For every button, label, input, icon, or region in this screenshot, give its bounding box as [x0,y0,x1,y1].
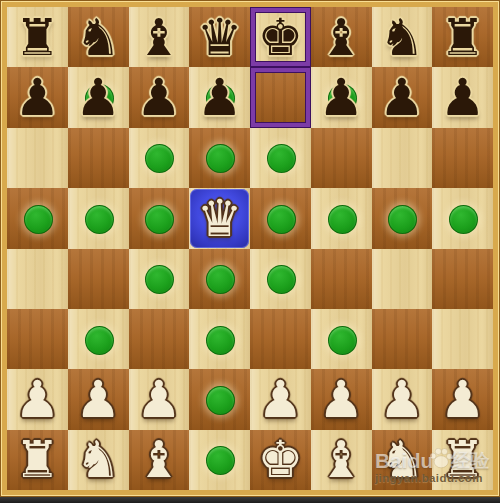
square-h3[interactable] [432,309,493,369]
black-knight[interactable]: ♞ [372,7,433,67]
white-king[interactable]: ♚ [250,430,311,490]
legal-move-dot [328,326,357,355]
square-e8[interactable]: ♚ [250,7,311,67]
black-knight[interactable]: ♞ [68,7,129,67]
chess-app-screen: ♜♞♝♛♚♝♞♜♟♟♟♟♟♟♟♛♟♟♟♟♟♟♟♜♞♝♚♝♞♜ Baidu 经验 … [0,0,500,503]
square-e1[interactable]: ♚ [250,430,311,490]
legal-move-dot [145,205,174,234]
square-f1[interactable]: ♝ [311,430,372,490]
square-c3[interactable] [129,309,190,369]
white-pawn[interactable]: ♟ [250,369,311,429]
black-queen[interactable]: ♛ [189,7,250,67]
square-g8[interactable]: ♞ [372,7,433,67]
square-g7[interactable]: ♟ [372,67,433,127]
square-f2[interactable]: ♟ [311,369,372,429]
square-d2[interactable] [189,369,250,429]
square-f5[interactable] [311,188,372,248]
black-pawn[interactable]: ♟ [432,67,493,127]
square-b1[interactable]: ♞ [68,430,129,490]
square-b4[interactable] [68,249,129,309]
square-h7[interactable]: ♟ [432,67,493,127]
black-pawn[interactable]: ♟ [7,67,68,127]
square-d8[interactable]: ♛ [189,7,250,67]
square-d7[interactable]: ♟ [189,67,250,127]
legal-move-dot [24,205,53,234]
legal-move-dot [267,205,296,234]
square-e2[interactable]: ♟ [250,369,311,429]
square-c7[interactable]: ♟ [129,67,190,127]
square-e3[interactable] [250,309,311,369]
square-a6[interactable] [7,128,68,188]
legal-move-dot [85,326,114,355]
square-b7[interactable]: ♟ [68,67,129,127]
square-a5[interactable] [7,188,68,248]
legal-move-dot [206,446,235,475]
square-c5[interactable] [129,188,190,248]
square-g2[interactable]: ♟ [372,369,433,429]
legal-move-dot [449,205,478,234]
black-bishop[interactable]: ♝ [311,7,372,67]
white-pawn[interactable]: ♟ [68,369,129,429]
square-b3[interactable] [68,309,129,369]
legal-move-dot [328,205,357,234]
legal-move-dot [145,265,174,294]
white-bishop[interactable]: ♝ [129,430,190,490]
square-b8[interactable]: ♞ [68,7,129,67]
square-g3[interactable] [372,309,433,369]
square-e7[interactable] [250,67,311,127]
legal-move-dot [85,205,114,234]
white-rook[interactable]: ♜ [7,430,68,490]
square-e5[interactable] [250,188,311,248]
white-bishop[interactable]: ♝ [311,430,372,490]
square-d1[interactable] [189,430,250,490]
black-bishop[interactable]: ♝ [129,7,190,67]
legal-move-dot [206,386,235,415]
square-g6[interactable] [372,128,433,188]
square-c6[interactable] [129,128,190,188]
white-knight[interactable]: ♞ [372,430,433,490]
square-f8[interactable]: ♝ [311,7,372,67]
square-h5[interactable] [432,188,493,248]
white-pawn[interactable]: ♟ [372,369,433,429]
square-a1[interactable]: ♜ [7,430,68,490]
square-h6[interactable] [432,128,493,188]
chess-board: ♜♞♝♛♚♝♞♜♟♟♟♟♟♟♟♛♟♟♟♟♟♟♟♜♞♝♚♝♞♜ [7,7,493,490]
square-g5[interactable] [372,188,433,248]
square-d6[interactable] [189,128,250,188]
square-b5[interactable] [68,188,129,248]
square-h8[interactable]: ♜ [432,7,493,67]
white-pawn[interactable]: ♟ [311,369,372,429]
legal-move-dot [145,144,174,173]
square-a3[interactable] [7,309,68,369]
legal-move-dot [206,144,235,173]
white-knight[interactable]: ♞ [68,430,129,490]
white-pawn[interactable]: ♟ [432,369,493,429]
square-g4[interactable] [372,249,433,309]
square-e6[interactable] [250,128,311,188]
square-f6[interactable] [311,128,372,188]
white-pawn[interactable]: ♟ [129,369,190,429]
square-d5[interactable]: ♛ [189,188,250,248]
square-a2[interactable]: ♟ [7,369,68,429]
black-pawn[interactable]: ♟ [189,67,250,127]
square-g1[interactable]: ♞ [372,430,433,490]
legal-move-dot [206,265,235,294]
black-pawn[interactable]: ♟ [68,67,129,127]
square-c4[interactable] [129,249,190,309]
legal-move-dot [267,144,296,173]
square-c8[interactable]: ♝ [129,7,190,67]
black-pawn[interactable]: ♟ [372,67,433,127]
square-b6[interactable] [68,128,129,188]
white-pawn[interactable]: ♟ [7,369,68,429]
square-f7[interactable]: ♟ [311,67,372,127]
square-h4[interactable] [432,249,493,309]
square-h2[interactable]: ♟ [432,369,493,429]
square-h1[interactable]: ♜ [432,430,493,490]
square-a8[interactable]: ♜ [7,7,68,67]
alert-square-highlight [251,68,310,126]
square-d4[interactable] [189,249,250,309]
black-rook[interactable]: ♜ [7,7,68,67]
legal-move-dot [388,205,417,234]
square-c2[interactable]: ♟ [129,369,190,429]
legal-move-dot [206,326,235,355]
square-a7[interactable]: ♟ [7,67,68,127]
square-c1[interactable]: ♝ [129,430,190,490]
black-rook[interactable]: ♜ [432,7,493,67]
square-f3[interactable] [311,309,372,369]
black-king[interactable]: ♚ [250,7,311,67]
black-pawn[interactable]: ♟ [311,67,372,127]
legal-move-dot [267,265,296,294]
square-a4[interactable] [7,249,68,309]
square-e4[interactable] [250,249,311,309]
white-rook[interactable]: ♜ [432,430,493,490]
black-pawn[interactable]: ♟ [129,67,190,127]
bottom-bar [0,497,500,503]
square-b2[interactable]: ♟ [68,369,129,429]
white-queen[interactable]: ♛ [189,188,250,248]
square-d3[interactable] [189,309,250,369]
square-f4[interactable] [311,249,372,309]
